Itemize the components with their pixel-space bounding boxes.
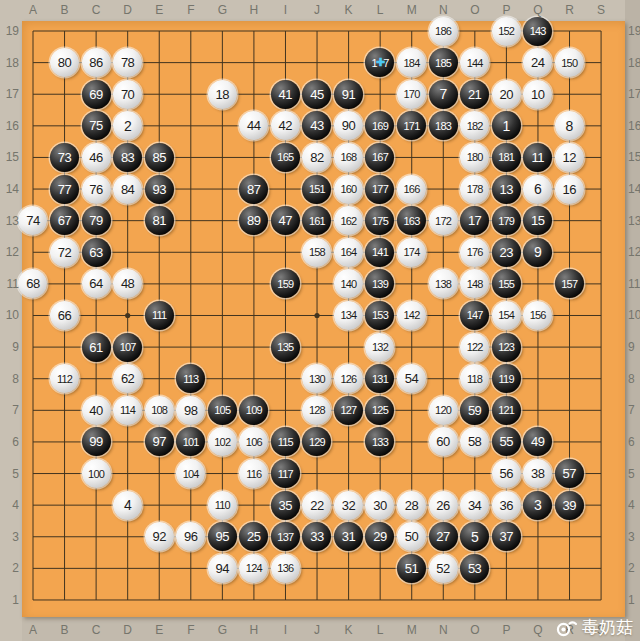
right-coord-5: 5 xyxy=(628,468,640,480)
stone-L6-black-133: 133 xyxy=(365,427,394,456)
stone-O3-black-5: 5 xyxy=(460,522,489,551)
stone-E15-black-85: 85 xyxy=(145,143,174,172)
stone-G6-white-102: 102 xyxy=(208,427,237,456)
stone-N4-white-26: 26 xyxy=(429,491,458,520)
stone-J12-white-158: 158 xyxy=(302,238,331,267)
stone-H6-white-106: 106 xyxy=(239,427,268,456)
weibo-eye-icon xyxy=(555,619,578,637)
stone-H2-white-124: 124 xyxy=(239,554,268,583)
stone-L4-white-30: 30 xyxy=(365,491,394,520)
left-coord-16: 16 xyxy=(3,120,19,132)
stone-J15-white-82: 82 xyxy=(302,143,331,172)
stone-K17-black-91: 91 xyxy=(334,80,363,109)
stone-O6-white-58: 58 xyxy=(460,427,489,456)
watermark: 毒奶菇 xyxy=(555,616,633,639)
stone-R11-black-157: 157 xyxy=(555,269,584,298)
stone-I13-black-47: 47 xyxy=(271,206,300,235)
stone-B14-black-77: 77 xyxy=(50,175,79,204)
stone-H5-white-116: 116 xyxy=(239,459,268,488)
stone-I17-black-41: 41 xyxy=(271,80,300,109)
stone-Q19-black-143: 143 xyxy=(523,17,552,46)
stone-C12-black-63: 63 xyxy=(82,238,111,267)
stone-J6-black-129: 129 xyxy=(302,427,331,456)
stone-M17-white-170: 170 xyxy=(397,80,426,109)
stone-P3-black-37: 37 xyxy=(492,522,521,551)
stone-C17-black-69: 69 xyxy=(82,80,111,109)
right-coord-11: 11 xyxy=(628,278,640,290)
stone-K11-white-140: 140 xyxy=(334,269,363,298)
bottom-coord-B: B xyxy=(61,624,69,636)
stone-P12-black-23: 23 xyxy=(492,238,521,267)
stone-E14-black-93: 93 xyxy=(145,175,174,204)
left-coord-17: 17 xyxy=(3,88,19,100)
stone-L8-black-131: 131 xyxy=(365,364,394,393)
stone-C16-black-75: 75 xyxy=(82,111,111,140)
stone-Q18-white-24: 24 xyxy=(523,48,552,77)
stone-K8-white-126: 126 xyxy=(334,364,363,393)
right-coord-10: 10 xyxy=(628,309,640,321)
stone-C13-black-79: 79 xyxy=(82,206,111,235)
stone-J17-black-45: 45 xyxy=(302,80,331,109)
stone-Q17-white-10: 10 xyxy=(523,80,552,109)
stone-N11-white-138: 138 xyxy=(429,269,458,298)
stone-B12-white-72: 72 xyxy=(50,238,79,267)
stone-M4-white-28: 28 xyxy=(397,491,426,520)
left-coord-12: 12 xyxy=(3,246,19,258)
stone-M2-black-51: 51 xyxy=(397,554,426,583)
right-coord-13: 13 xyxy=(628,215,640,227)
stone-H3-black-25: 25 xyxy=(239,522,268,551)
top-coord-J: J xyxy=(314,4,320,16)
stone-A11-white-68: 68 xyxy=(18,269,47,298)
stone-R5-black-57: 57 xyxy=(555,459,584,488)
stone-O8-white-118: 118 xyxy=(460,364,489,393)
stone-I2-white-136: 136 xyxy=(271,554,300,583)
stone-C9-black-61: 61 xyxy=(82,333,111,362)
stone-J7-white-128: 128 xyxy=(302,396,331,425)
stone-E10-black-111: 111 xyxy=(145,301,174,330)
stone-J14-black-151: 151 xyxy=(302,175,331,204)
stone-K14-white-160: 160 xyxy=(334,175,363,204)
left-coord-19: 19 xyxy=(3,25,19,37)
stone-F8-black-113: 113 xyxy=(176,364,205,393)
stone-C11-white-64: 64 xyxy=(82,269,111,298)
stone-L14-black-177: 177 xyxy=(365,175,394,204)
stone-E7-white-108: 108 xyxy=(145,396,174,425)
go-board[interactable]: 1861521438086781✚71841851442415069701841… xyxy=(22,21,625,617)
stone-L9-white-132: 132 xyxy=(365,333,394,362)
stone-N17-black-7: 7 xyxy=(429,80,458,109)
stone-D16-white-2: 2 xyxy=(113,111,142,140)
stone-D8-white-62: 62 xyxy=(113,364,142,393)
top-coord-A: A xyxy=(29,4,37,16)
right-coord-16: 16 xyxy=(628,120,640,132)
stone-J3-black-33: 33 xyxy=(302,522,331,551)
bottom-coord-M: M xyxy=(407,624,417,636)
stone-G4-white-110: 110 xyxy=(208,491,237,520)
bottom-coord-D: D xyxy=(123,624,132,636)
stone-O15-white-180: 180 xyxy=(460,143,489,172)
stone-P9-black-123: 123 xyxy=(492,333,521,362)
stone-M12-white-174: 174 xyxy=(397,238,426,267)
stone-D11-white-48: 48 xyxy=(113,269,142,298)
right-coord-15: 15 xyxy=(628,151,640,163)
stone-M3-white-50: 50 xyxy=(397,522,426,551)
stone-K7-black-127: 127 xyxy=(334,396,363,425)
bottom-coord-A: A xyxy=(29,624,37,636)
stone-Q4-black-3: 3 xyxy=(523,491,552,520)
left-coord-4: 4 xyxy=(3,499,19,511)
stone-L16-black-169: 169 xyxy=(365,111,394,140)
stone-I11-black-159: 159 xyxy=(271,269,300,298)
stone-B15-black-73: 73 xyxy=(50,143,79,172)
stone-D4-white-4: 4 xyxy=(113,491,142,520)
stone-N3-black-27: 27 xyxy=(429,522,458,551)
bottom-coord-G: G xyxy=(218,624,227,636)
stone-K12-white-164: 164 xyxy=(334,238,363,267)
stone-P10-white-154: 154 xyxy=(492,301,521,330)
stone-O17-black-21: 21 xyxy=(460,80,489,109)
stone-K13-white-162: 162 xyxy=(334,206,363,235)
top-coord-O: O xyxy=(470,4,479,16)
bottom-coord-H: H xyxy=(250,624,259,636)
top-coord-R: R xyxy=(565,4,574,16)
left-coord-6: 6 xyxy=(3,436,19,448)
bottom-coord-P: P xyxy=(502,624,510,636)
bottom-coord-F: F xyxy=(187,624,194,636)
stone-P6-black-55: 55 xyxy=(492,427,521,456)
stone-P7-black-121: 121 xyxy=(492,396,521,425)
stone-O2-black-53: 53 xyxy=(460,554,489,583)
stone-K15-white-168: 168 xyxy=(334,143,363,172)
stone-F6-black-101: 101 xyxy=(176,427,205,456)
stone-M10-white-142: 142 xyxy=(397,301,426,330)
top-coord-N: N xyxy=(439,4,448,16)
go-kifu-diagram: 1861521438086781✚71841851442415069701841… xyxy=(0,0,640,641)
stone-B13-black-67: 67 xyxy=(50,206,79,235)
stone-D15-black-83: 83 xyxy=(113,143,142,172)
top-coord-I: I xyxy=(284,4,287,16)
stone-N16-black-183: 183 xyxy=(429,111,458,140)
stone-L18-black-187: 1✚7 xyxy=(365,48,394,77)
stone-P5-white-56: 56 xyxy=(492,459,521,488)
stones-grid: 1861521438086781✚71841851442415069701841… xyxy=(17,15,616,616)
stone-C15-white-46: 46 xyxy=(82,143,111,172)
top-coord-C: C xyxy=(92,4,101,16)
stone-O7-black-59: 59 xyxy=(460,396,489,425)
stone-H7-black-109: 109 xyxy=(239,396,268,425)
stone-Q13-black-15: 15 xyxy=(523,206,552,235)
stone-O10-black-147: 147 xyxy=(460,301,489,330)
bottom-coord-O: O xyxy=(470,624,479,636)
left-coord-5: 5 xyxy=(3,468,19,480)
top-coord-L: L xyxy=(377,4,384,16)
stone-O4-white-34: 34 xyxy=(460,491,489,520)
stone-K4-white-32: 32 xyxy=(334,491,363,520)
right-coord-2: 2 xyxy=(628,562,640,574)
top-coord-P: P xyxy=(502,4,510,16)
left-coord-11: 11 xyxy=(3,278,19,290)
stone-B8-white-112: 112 xyxy=(50,364,79,393)
stone-C6-black-99: 99 xyxy=(82,427,111,456)
stone-M14-white-166: 166 xyxy=(397,175,426,204)
stone-C18-white-86: 86 xyxy=(82,48,111,77)
stone-R4-black-39: 39 xyxy=(555,491,584,520)
left-coord-10: 10 xyxy=(3,309,19,321)
top-coord-D: D xyxy=(123,4,132,16)
stone-L3-black-29: 29 xyxy=(365,522,394,551)
left-coord-14: 14 xyxy=(3,183,19,195)
stone-O9-white-122: 122 xyxy=(460,333,489,362)
stone-R15-white-12: 12 xyxy=(555,143,584,172)
right-coord-12: 12 xyxy=(628,246,640,258)
stone-N19-white-186: 186 xyxy=(429,17,458,46)
stone-H13-black-89: 89 xyxy=(239,206,268,235)
stone-C5-white-100: 100 xyxy=(82,459,111,488)
stone-I4-black-35: 35 xyxy=(271,491,300,520)
stone-N13-white-172: 172 xyxy=(429,206,458,235)
stone-C14-white-76: 76 xyxy=(82,175,111,204)
bottom-coord-J: J xyxy=(314,624,320,636)
stone-D14-white-84: 84 xyxy=(113,175,142,204)
left-coord-9: 9 xyxy=(3,341,19,353)
top-coord-K: K xyxy=(345,4,353,16)
stone-I15-black-165: 165 xyxy=(271,143,300,172)
right-coord-6: 6 xyxy=(628,436,640,448)
stone-R14-white-16: 16 xyxy=(555,175,584,204)
stone-O18-white-144: 144 xyxy=(460,48,489,77)
top-coord-S: S xyxy=(597,4,605,16)
stone-I6-black-115: 115 xyxy=(271,427,300,456)
stone-G2-white-94: 94 xyxy=(208,554,237,583)
stone-R16-white-8: 8 xyxy=(555,111,584,140)
stone-P8-black-119: 119 xyxy=(492,364,521,393)
top-coord-H: H xyxy=(250,4,259,16)
top-coord-E: E xyxy=(155,4,163,16)
stone-L10-black-153: 153 xyxy=(365,301,394,330)
stone-F3-white-96: 96 xyxy=(176,522,205,551)
stone-N6-white-60: 60 xyxy=(429,427,458,456)
bottom-coord-Q: Q xyxy=(533,624,542,636)
stone-P11-black-155: 155 xyxy=(492,269,521,298)
right-coord-8: 8 xyxy=(628,373,640,385)
left-coord-1: 1 xyxy=(3,594,19,606)
stone-H16-white-44: 44 xyxy=(239,111,268,140)
stone-P16-black-1: 1 xyxy=(492,111,521,140)
top-coord-G: G xyxy=(218,4,227,16)
stone-J13-black-161: 161 xyxy=(302,206,331,235)
bottom-coord-I: I xyxy=(284,624,287,636)
right-coord-14: 14 xyxy=(628,183,640,195)
stone-K3-black-31: 31 xyxy=(334,522,363,551)
stone-I5-black-117: 117 xyxy=(271,459,300,488)
stone-P15-black-181: 181 xyxy=(492,143,521,172)
stone-F7-white-98: 98 xyxy=(176,396,205,425)
stone-I3-black-137: 137 xyxy=(271,522,300,551)
right-coord-19: 19 xyxy=(628,25,640,37)
stone-D9-black-107: 107 xyxy=(113,333,142,362)
stone-J8-white-130: 130 xyxy=(302,364,331,393)
watermark-text: 毒奶菇 xyxy=(582,616,633,639)
stone-O11-white-148: 148 xyxy=(460,269,489,298)
stone-M13-black-163: 163 xyxy=(397,206,426,235)
stone-G7-black-105: 105 xyxy=(208,396,237,425)
right-coord-1: 1 xyxy=(628,594,640,606)
stone-P14-black-13: 13 xyxy=(492,175,521,204)
stone-O16-white-182: 182 xyxy=(460,111,489,140)
stone-B10-white-66: 66 xyxy=(50,301,79,330)
top-coord-M: M xyxy=(407,4,417,16)
right-coord-4: 4 xyxy=(628,499,640,511)
stone-E6-black-97: 97 xyxy=(145,427,174,456)
stone-E3-white-92: 92 xyxy=(145,522,174,551)
right-coord-17: 17 xyxy=(628,88,640,100)
bottom-coord-K: K xyxy=(345,624,353,636)
stone-H14-black-87: 87 xyxy=(239,175,268,204)
stone-G17-white-18: 18 xyxy=(208,80,237,109)
stone-I16-white-42: 42 xyxy=(271,111,300,140)
stone-K10-white-134: 134 xyxy=(334,301,363,330)
left-coord-18: 18 xyxy=(3,57,19,69)
left-coord-7: 7 xyxy=(3,404,19,416)
stone-N7-white-120: 120 xyxy=(429,396,458,425)
stone-L15-black-167: 167 xyxy=(365,143,394,172)
stone-L11-black-139: 139 xyxy=(365,269,394,298)
stone-E13-black-81: 81 xyxy=(145,206,174,235)
stone-F5-white-104: 104 xyxy=(176,459,205,488)
top-coord-F: F xyxy=(187,4,194,16)
stone-M16-black-171: 171 xyxy=(397,111,426,140)
stone-D17-white-70: 70 xyxy=(113,80,142,109)
stone-O13-black-17: 17 xyxy=(460,206,489,235)
stone-M8-white-54: 54 xyxy=(397,364,426,393)
stone-R18-white-150: 150 xyxy=(555,48,584,77)
stone-N18-black-185: 185 xyxy=(429,48,458,77)
stone-O14-white-178: 178 xyxy=(460,175,489,204)
stone-L12-black-141: 141 xyxy=(365,238,394,267)
left-coord-8: 8 xyxy=(3,373,19,385)
stone-P17-white-20: 20 xyxy=(492,80,521,109)
bottom-coord-C: C xyxy=(92,624,101,636)
stone-Q10-white-156: 156 xyxy=(523,301,552,330)
stone-G3-black-95: 95 xyxy=(208,522,237,551)
bottom-coord-E: E xyxy=(155,624,163,636)
stone-K16-white-90: 90 xyxy=(334,111,363,140)
stone-C7-white-40: 40 xyxy=(82,396,111,425)
top-coord-Q: Q xyxy=(533,4,542,16)
stone-J4-white-22: 22 xyxy=(302,491,331,520)
stone-L7-black-125: 125 xyxy=(365,396,394,425)
stone-B18-white-80: 80 xyxy=(50,48,79,77)
stone-I9-black-135: 135 xyxy=(271,333,300,362)
stone-Q14-white-6: 6 xyxy=(523,175,552,204)
stone-P4-white-36: 36 xyxy=(492,491,521,520)
stone-M18-white-184: 184 xyxy=(397,48,426,77)
stone-Q6-black-49: 49 xyxy=(523,427,552,456)
stone-Q15-black-11: 11 xyxy=(523,143,552,172)
right-coord-7: 7 xyxy=(628,404,640,416)
stone-P19-white-152: 152 xyxy=(492,17,521,46)
right-coord-3: 3 xyxy=(628,531,640,543)
right-coord-9: 9 xyxy=(628,341,640,353)
left-coord-15: 15 xyxy=(3,151,19,163)
stone-O12-white-176: 176 xyxy=(460,238,489,267)
bottom-coord-L: L xyxy=(377,624,384,636)
stone-J16-black-43: 43 xyxy=(302,111,331,140)
stone-Q12-black-9: 9 xyxy=(523,238,552,267)
stone-A13-white-74: 74 xyxy=(18,206,47,235)
right-coord-18: 18 xyxy=(628,57,640,69)
left-coord-2: 2 xyxy=(3,562,19,574)
stone-L13-black-175: 175 xyxy=(365,206,394,235)
bottom-coord-N: N xyxy=(439,624,448,636)
left-coord-3: 3 xyxy=(3,531,19,543)
top-coord-B: B xyxy=(61,4,69,16)
stone-D7-white-114: 114 xyxy=(113,396,142,425)
stone-Q5-white-38: 38 xyxy=(523,459,552,488)
stone-D18-white-78: 78 xyxy=(113,48,142,77)
stone-N2-white-52: 52 xyxy=(429,554,458,583)
stone-P13-black-179: 179 xyxy=(492,206,521,235)
left-coord-13: 13 xyxy=(3,215,19,227)
